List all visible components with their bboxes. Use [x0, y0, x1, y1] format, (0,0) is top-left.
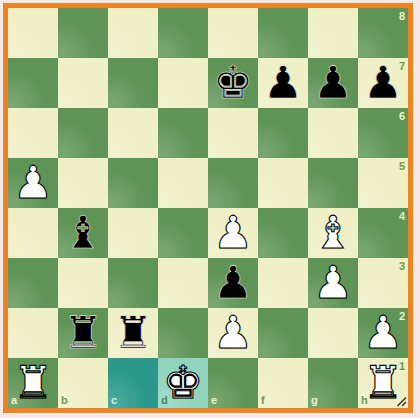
square-f1[interactable]: f — [258, 358, 308, 408]
square-e3[interactable]: ♟ — [208, 258, 258, 308]
square-d8[interactable] — [158, 8, 208, 58]
square-f7[interactable]: ♟ — [258, 58, 308, 108]
square-e8[interactable] — [208, 8, 258, 58]
file-label-b: b — [61, 395, 68, 406]
square-d5[interactable] — [158, 158, 208, 208]
black-pawn-piece[interactable]: ♟ — [258, 58, 308, 108]
square-a1[interactable]: a♜ — [8, 358, 58, 408]
board-frame: 8♚♟♟7♟6♟5♝♟♝4♟♟3♜♜♟2♟a♜bcd♚efg1h♜ — [3, 3, 413, 413]
square-g2[interactable] — [308, 308, 358, 358]
white-pawn-piece[interactable]: ♟ — [208, 308, 258, 358]
chess-board: 8♚♟♟7♟6♟5♝♟♝4♟♟3♜♜♟2♟a♜bcd♚efg1h♜ — [8, 8, 408, 408]
square-b5[interactable] — [58, 158, 108, 208]
square-e1[interactable]: e — [208, 358, 258, 408]
rank-label-8: 8 — [399, 11, 405, 22]
square-h4[interactable]: 4 — [358, 208, 408, 258]
square-c2[interactable]: ♜ — [108, 308, 158, 358]
square-b2[interactable]: ♜ — [58, 308, 108, 358]
black-king-piece[interactable]: ♚ — [208, 58, 258, 108]
square-d2[interactable] — [158, 308, 208, 358]
file-label-c: c — [111, 395, 117, 406]
square-d1[interactable]: d♚ — [158, 358, 208, 408]
square-d4[interactable] — [158, 208, 208, 258]
white-pawn-piece[interactable]: ♟ — [308, 258, 358, 308]
square-e2[interactable]: ♟ — [208, 308, 258, 358]
square-e7[interactable]: ♚ — [208, 58, 258, 108]
square-g3[interactable]: ♟ — [308, 258, 358, 308]
square-a5[interactable]: ♟ — [8, 158, 58, 208]
white-bishop-piece[interactable]: ♝ — [308, 208, 358, 258]
square-f5[interactable] — [258, 158, 308, 208]
square-c6[interactable] — [108, 108, 158, 158]
square-e6[interactable] — [208, 108, 258, 158]
square-c7[interactable] — [108, 58, 158, 108]
square-c4[interactable] — [108, 208, 158, 258]
square-h2[interactable]: 2♟ — [358, 308, 408, 358]
square-a8[interactable] — [8, 8, 58, 58]
white-rook-piece[interactable]: ♜ — [8, 358, 58, 408]
square-a2[interactable] — [8, 308, 58, 358]
square-h8[interactable]: 8 — [358, 8, 408, 58]
square-g5[interactable] — [308, 158, 358, 208]
square-g4[interactable]: ♝ — [308, 208, 358, 258]
square-g8[interactable] — [308, 8, 358, 58]
square-e4[interactable]: ♟ — [208, 208, 258, 258]
square-d7[interactable] — [158, 58, 208, 108]
square-a6[interactable] — [8, 108, 58, 158]
white-pawn-piece[interactable]: ♟ — [358, 308, 408, 358]
square-f8[interactable] — [258, 8, 308, 58]
square-h5[interactable]: 5 — [358, 158, 408, 208]
square-b1[interactable]: b — [58, 358, 108, 408]
black-pawn-piece[interactable]: ♟ — [308, 58, 358, 108]
square-b8[interactable] — [58, 8, 108, 58]
square-c8[interactable] — [108, 8, 158, 58]
rank-label-3: 3 — [399, 261, 405, 272]
square-f2[interactable] — [258, 308, 308, 358]
square-c3[interactable] — [108, 258, 158, 308]
black-rook-piece[interactable]: ♜ — [108, 308, 158, 358]
square-b3[interactable] — [58, 258, 108, 308]
white-pawn-piece[interactable]: ♟ — [208, 208, 258, 258]
square-a4[interactable] — [8, 208, 58, 258]
square-g1[interactable]: g — [308, 358, 358, 408]
square-h3[interactable]: 3 — [358, 258, 408, 308]
square-c5[interactable] — [108, 158, 158, 208]
file-label-f: f — [261, 395, 265, 406]
rank-label-4: 4 — [399, 211, 405, 222]
file-label-g: g — [311, 395, 318, 406]
square-b7[interactable] — [58, 58, 108, 108]
square-a7[interactable] — [8, 58, 58, 108]
white-king-piece[interactable]: ♚ — [158, 358, 208, 408]
square-e5[interactable] — [208, 158, 258, 208]
white-pawn-piece[interactable]: ♟ — [8, 158, 58, 208]
square-g7[interactable]: ♟ — [308, 58, 358, 108]
page: { "game": "chess", "position": { "fen": … — [0, 0, 420, 418]
square-f6[interactable] — [258, 108, 308, 158]
square-g6[interactable] — [308, 108, 358, 158]
black-pawn-piece[interactable]: ♟ — [358, 58, 408, 108]
square-b6[interactable] — [58, 108, 108, 158]
black-pawn-piece[interactable]: ♟ — [208, 258, 258, 308]
square-h7[interactable]: 7♟ — [358, 58, 408, 108]
black-rook-piece[interactable]: ♜ — [58, 308, 108, 358]
chess-app: 8♚♟♟7♟6♟5♝♟♝4♟♟3♜♜♟2♟a♜bcd♚efg1h♜ — [0, 0, 420, 418]
square-d6[interactable] — [158, 108, 208, 158]
square-f3[interactable] — [258, 258, 308, 308]
file-label-e: e — [211, 395, 217, 406]
rank-label-5: 5 — [399, 161, 405, 172]
rank-label-6: 6 — [399, 111, 405, 122]
square-c1[interactable]: c — [108, 358, 158, 408]
square-h6[interactable]: 6 — [358, 108, 408, 158]
square-f4[interactable] — [258, 208, 308, 258]
resize-handle-icon[interactable] — [394, 394, 407, 407]
square-b4[interactable]: ♝ — [58, 208, 108, 258]
square-a3[interactable] — [8, 258, 58, 308]
square-d3[interactable] — [158, 258, 208, 308]
black-bishop-piece[interactable]: ♝ — [58, 208, 108, 258]
